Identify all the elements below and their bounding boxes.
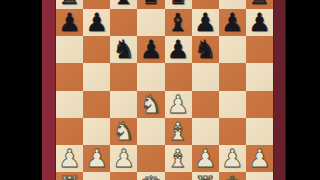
white-rook-a1[interactable]: ♜ — [58, 172, 80, 180]
square-g4[interactable] — [219, 91, 246, 118]
white-pawn-b2[interactable]: ♟ — [85, 145, 107, 172]
square-a5[interactable] — [56, 63, 83, 90]
white-knight-d4[interactable]: ♞ — [140, 91, 162, 118]
square-f2[interactable]: ♟ — [192, 145, 219, 172]
square-a2[interactable]: ♟ — [56, 145, 83, 172]
square-f7[interactable]: ♟ — [192, 9, 219, 36]
square-a1[interactable]: ♜ — [56, 172, 83, 180]
square-b2[interactable]: ♟ — [83, 145, 110, 172]
square-e2[interactable]: ♝ — [165, 145, 192, 172]
square-h3[interactable] — [246, 118, 273, 145]
black-pawn-f7[interactable]: ♟ — [194, 9, 216, 36]
white-pawn-c2[interactable]: ♟ — [113, 145, 135, 172]
square-g2[interactable]: ♟ — [219, 145, 246, 172]
square-g3[interactable] — [219, 118, 246, 145]
square-g6[interactable] — [219, 36, 246, 63]
square-c6[interactable]: ♞ — [110, 36, 137, 63]
square-f3[interactable] — [192, 118, 219, 145]
black-pawn-d6[interactable]: ♟ — [140, 36, 162, 63]
square-c2[interactable]: ♟ — [110, 145, 137, 172]
square-c3[interactable]: ♞ — [110, 118, 137, 145]
square-g5[interactable] — [219, 63, 246, 90]
square-d3[interactable] — [137, 118, 164, 145]
square-f4[interactable] — [192, 91, 219, 118]
square-g1[interactable]: ♚ — [219, 172, 246, 180]
white-pawn-e4[interactable]: ♟ — [167, 91, 189, 118]
square-b5[interactable] — [83, 63, 110, 90]
square-h5[interactable] — [246, 63, 273, 90]
square-d4[interactable]: ♞ — [137, 91, 164, 118]
square-b3[interactable] — [83, 118, 110, 145]
square-f6[interactable]: ♞ — [192, 36, 219, 63]
square-h2[interactable]: ♟ — [246, 145, 273, 172]
white-bishop-e2[interactable]: ♝ — [167, 145, 189, 172]
square-g7[interactable]: ♟ — [219, 9, 246, 36]
square-c1[interactable] — [110, 172, 137, 180]
square-d1[interactable]: ♛ — [137, 172, 164, 180]
square-b7[interactable]: ♟ — [83, 9, 110, 36]
square-b6[interactable] — [83, 36, 110, 63]
square-a4[interactable] — [56, 91, 83, 118]
black-pawn-h7[interactable]: ♟ — [248, 9, 270, 36]
square-e3[interactable]: ♝ — [165, 118, 192, 145]
square-a7[interactable]: ♟ — [56, 9, 83, 36]
square-d7[interactable] — [137, 9, 164, 36]
square-b1[interactable] — [83, 172, 110, 180]
square-f5[interactable] — [192, 63, 219, 90]
white-queen-d1[interactable]: ♛ — [140, 172, 162, 180]
black-pawn-b7[interactable]: ♟ — [85, 9, 107, 36]
chess-board[interactable]: ♜♝♛♚♜♟♟♝♟♟♟♞♟♟♞♞♟♞♝♟♟♟♝♟♟♟♜♛♜♚ — [55, 0, 274, 180]
white-king-g1[interactable]: ♚ — [221, 172, 243, 180]
square-d8[interactable]: ♛ — [137, 0, 164, 9]
square-a6[interactable] — [56, 36, 83, 63]
square-c7[interactable] — [110, 9, 137, 36]
video-frame: 8 7 6 5 4 3 2 1 ♜♝♛♚♜♟♟♝♟♟♟♞♟♟♞♞♟♞♝♟♟♟♝♟… — [0, 0, 320, 180]
white-pawn-g2[interactable]: ♟ — [221, 145, 243, 172]
square-e6[interactable]: ♟ — [165, 36, 192, 63]
square-c8[interactable]: ♝ — [110, 0, 137, 9]
white-rook-f1[interactable]: ♜ — [194, 172, 216, 180]
square-b4[interactable] — [83, 91, 110, 118]
square-h1[interactable] — [246, 172, 273, 180]
black-bishop-e7[interactable]: ♝ — [167, 9, 189, 36]
black-queen-d8[interactable]: ♛ — [140, 0, 162, 9]
white-bishop-e3[interactable]: ♝ — [167, 118, 189, 145]
square-e7[interactable]: ♝ — [165, 9, 192, 36]
square-e4[interactable]: ♟ — [165, 91, 192, 118]
square-c4[interactable] — [110, 91, 137, 118]
square-d5[interactable] — [137, 63, 164, 90]
square-f1[interactable]: ♜ — [192, 172, 219, 180]
black-pawn-e6[interactable]: ♟ — [167, 36, 189, 63]
square-h7[interactable]: ♟ — [246, 9, 273, 36]
square-h4[interactable] — [246, 91, 273, 118]
square-d6[interactable]: ♟ — [137, 36, 164, 63]
black-pawn-a7[interactable]: ♟ — [58, 9, 80, 36]
black-knight-c6[interactable]: ♞ — [113, 36, 135, 63]
white-pawn-f2[interactable]: ♟ — [194, 145, 216, 172]
white-pawn-h2[interactable]: ♟ — [248, 145, 270, 172]
black-knight-f6[interactable]: ♞ — [194, 36, 216, 63]
square-h6[interactable] — [246, 36, 273, 63]
square-e1[interactable] — [165, 172, 192, 180]
white-knight-c3[interactable]: ♞ — [113, 118, 135, 145]
square-d2[interactable] — [137, 145, 164, 172]
black-bishop-c8[interactable]: ♝ — [113, 0, 135, 9]
square-a3[interactable] — [56, 118, 83, 145]
white-pawn-a2[interactable]: ♟ — [58, 145, 80, 172]
square-c5[interactable] — [110, 63, 137, 90]
black-pawn-g7[interactable]: ♟ — [221, 9, 243, 36]
square-e5[interactable] — [165, 63, 192, 90]
